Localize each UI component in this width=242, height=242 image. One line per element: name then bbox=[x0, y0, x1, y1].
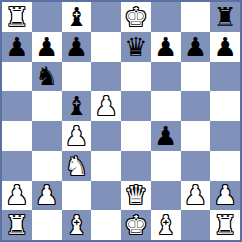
square-g3[interactable] bbox=[181, 151, 211, 181]
square-c8[interactable]: ♝ bbox=[62, 2, 92, 32]
square-f7[interactable]: ♟ bbox=[151, 32, 181, 62]
square-e6[interactable] bbox=[121, 62, 151, 92]
piece-black-bishop: ♝ bbox=[65, 4, 88, 30]
piece-white-pawn: ♟ bbox=[5, 182, 28, 208]
square-g6[interactable] bbox=[181, 62, 211, 92]
piece-white-pawn: ♟ bbox=[35, 182, 58, 208]
square-e3[interactable] bbox=[121, 151, 151, 181]
square-a1[interactable]: ♜ bbox=[2, 210, 32, 240]
chess-board: ♜♝♚♜♟♟♟♛♟♟♟♞♝♟♟♟♞♟♟♛♟♟♜♝♚♝♜ bbox=[0, 0, 242, 242]
square-d7[interactable] bbox=[91, 32, 121, 62]
square-f2[interactable] bbox=[151, 181, 181, 211]
piece-black-pawn: ♟ bbox=[35, 34, 58, 60]
square-e8[interactable]: ♚ bbox=[121, 2, 151, 32]
square-g8[interactable] bbox=[181, 2, 211, 32]
square-h5[interactable] bbox=[210, 91, 240, 121]
square-e7[interactable]: ♛ bbox=[121, 32, 151, 62]
piece-white-pawn: ♟ bbox=[184, 182, 207, 208]
square-c4[interactable]: ♟ bbox=[62, 121, 92, 151]
piece-white-king: ♚ bbox=[124, 4, 147, 30]
piece-white-rook: ♜ bbox=[5, 212, 28, 238]
piece-black-pawn: ♟ bbox=[213, 34, 236, 60]
square-a6[interactable] bbox=[2, 62, 32, 92]
square-a3[interactable] bbox=[2, 151, 32, 181]
square-f5[interactable] bbox=[151, 91, 181, 121]
square-b7[interactable]: ♟ bbox=[32, 32, 62, 62]
square-h6[interactable] bbox=[210, 62, 240, 92]
square-h2[interactable]: ♟ bbox=[210, 181, 240, 211]
square-f6[interactable] bbox=[151, 62, 181, 92]
square-c2[interactable] bbox=[62, 181, 92, 211]
square-h4[interactable] bbox=[210, 121, 240, 151]
square-b4[interactable] bbox=[32, 121, 62, 151]
piece-white-pawn: ♟ bbox=[94, 93, 117, 119]
piece-black-rook: ♜ bbox=[213, 4, 236, 30]
square-c7[interactable]: ♟ bbox=[62, 32, 92, 62]
piece-white-king: ♚ bbox=[124, 212, 147, 238]
square-d8[interactable] bbox=[91, 2, 121, 32]
square-h1[interactable]: ♜ bbox=[210, 210, 240, 240]
square-d5[interactable]: ♟ bbox=[91, 91, 121, 121]
square-d1[interactable] bbox=[91, 210, 121, 240]
square-g2[interactable]: ♟ bbox=[181, 181, 211, 211]
square-c3[interactable]: ♞ bbox=[62, 151, 92, 181]
square-f3[interactable] bbox=[151, 151, 181, 181]
square-d3[interactable] bbox=[91, 151, 121, 181]
piece-black-knight: ♞ bbox=[35, 63, 58, 89]
square-h3[interactable] bbox=[210, 151, 240, 181]
piece-white-pawn: ♟ bbox=[65, 123, 88, 149]
square-b5[interactable] bbox=[32, 91, 62, 121]
square-a4[interactable] bbox=[2, 121, 32, 151]
square-g5[interactable] bbox=[181, 91, 211, 121]
square-h7[interactable]: ♟ bbox=[210, 32, 240, 62]
piece-white-pawn: ♟ bbox=[213, 182, 236, 208]
square-c5[interactable]: ♝ bbox=[62, 91, 92, 121]
piece-black-pawn: ♟ bbox=[5, 34, 28, 60]
square-b6[interactable]: ♞ bbox=[32, 62, 62, 92]
square-e1[interactable]: ♚ bbox=[121, 210, 151, 240]
square-g4[interactable] bbox=[181, 121, 211, 151]
square-e2[interactable]: ♛ bbox=[121, 181, 151, 211]
piece-black-pawn: ♟ bbox=[184, 34, 207, 60]
square-e4[interactable] bbox=[121, 121, 151, 151]
piece-black-queen: ♛ bbox=[124, 34, 147, 60]
square-b3[interactable] bbox=[32, 151, 62, 181]
piece-white-queen: ♛ bbox=[124, 182, 147, 208]
square-a5[interactable] bbox=[2, 91, 32, 121]
piece-black-pawn: ♟ bbox=[65, 34, 88, 60]
piece-white-knight: ♞ bbox=[65, 153, 88, 179]
piece-white-bishop: ♝ bbox=[154, 212, 177, 238]
square-b2[interactable]: ♟ bbox=[32, 181, 62, 211]
square-f8[interactable] bbox=[151, 2, 181, 32]
piece-white-bishop: ♝ bbox=[65, 212, 88, 238]
square-a2[interactable]: ♟ bbox=[2, 181, 32, 211]
square-e5[interactable] bbox=[121, 91, 151, 121]
square-a7[interactable]: ♟ bbox=[2, 32, 32, 62]
piece-black-pawn: ♟ bbox=[154, 34, 177, 60]
square-f4[interactable]: ♟ bbox=[151, 121, 181, 151]
square-f1[interactable]: ♝ bbox=[151, 210, 181, 240]
square-g7[interactable]: ♟ bbox=[181, 32, 211, 62]
square-h8[interactable]: ♜ bbox=[210, 2, 240, 32]
piece-black-bishop: ♝ bbox=[65, 93, 88, 119]
square-g1[interactable] bbox=[181, 210, 211, 240]
square-c6[interactable] bbox=[62, 62, 92, 92]
square-b8[interactable] bbox=[32, 2, 62, 32]
piece-white-rook: ♜ bbox=[5, 4, 28, 30]
square-c1[interactable]: ♝ bbox=[62, 210, 92, 240]
square-a8[interactable]: ♜ bbox=[2, 2, 32, 32]
square-d6[interactable] bbox=[91, 62, 121, 92]
square-b1[interactable] bbox=[32, 210, 62, 240]
square-d4[interactable] bbox=[91, 121, 121, 151]
piece-white-rook: ♜ bbox=[213, 212, 236, 238]
square-d2[interactable] bbox=[91, 181, 121, 211]
piece-black-pawn: ♟ bbox=[154, 123, 177, 149]
